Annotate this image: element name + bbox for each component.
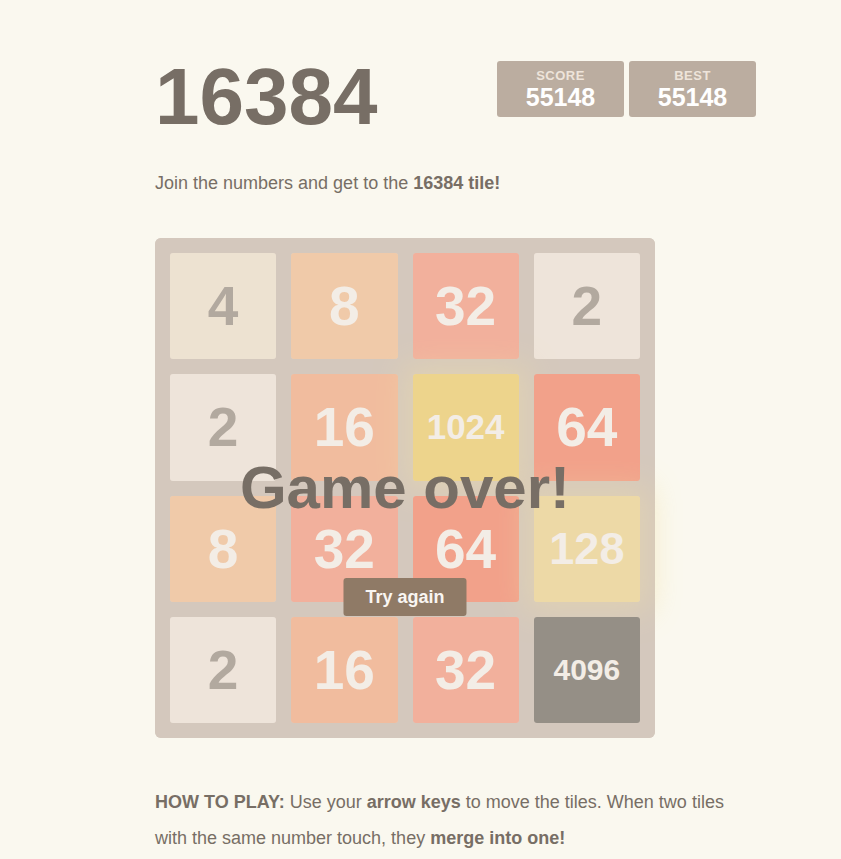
best-box: BEST 55148 xyxy=(629,61,756,117)
score-label: SCORE xyxy=(536,68,585,84)
how-to-play-bold1: arrow keys xyxy=(367,792,461,812)
subtitle-text: Join the numbers and get to the xyxy=(155,173,413,193)
page-title: 16384 xyxy=(155,55,377,139)
app-container: 16384 SCORE 55148 BEST 55148 Join the nu… xyxy=(155,0,756,856)
score-value: 55148 xyxy=(526,84,596,111)
game-board: 4832221610246483264128216324096 Game ove… xyxy=(155,238,655,738)
how-to-play-bold2: merge into one! xyxy=(430,828,565,848)
scores-container: SCORE 55148 BEST 55148 xyxy=(497,61,756,117)
how-to-play-label: HOW TO PLAY: xyxy=(155,792,285,812)
best-value: 55148 xyxy=(658,84,728,111)
game-over-overlay: Game over! Try again xyxy=(155,238,655,738)
subtitle-goal: 16384 tile! xyxy=(413,173,500,193)
how-to-play-part1: Use your xyxy=(285,792,367,812)
header: 16384 SCORE 55148 BEST 55148 xyxy=(155,55,756,139)
game-over-message: Game over! xyxy=(155,458,655,518)
try-again-button[interactable]: Try again xyxy=(343,578,466,616)
score-box: SCORE 55148 xyxy=(497,61,624,117)
best-label: BEST xyxy=(674,68,711,84)
subtitle: Join the numbers and get to the 16384 ti… xyxy=(155,173,756,193)
how-to-play-text: HOW TO PLAY: Use your arrow keys to move… xyxy=(155,784,756,856)
